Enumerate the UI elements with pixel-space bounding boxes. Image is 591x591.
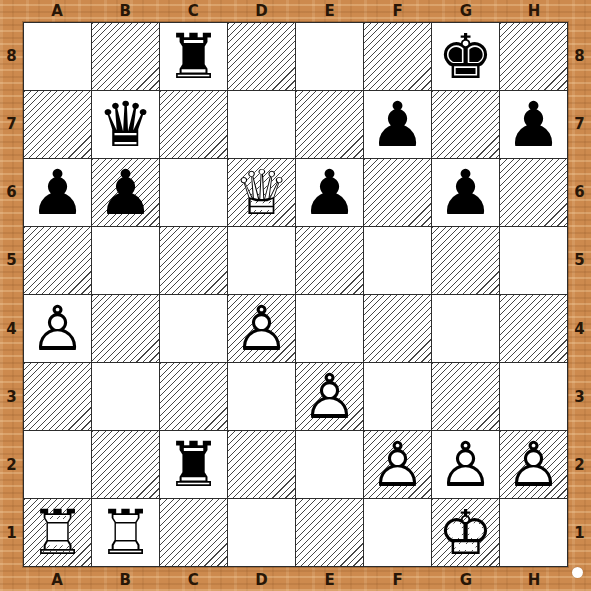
rank-label: 2 [568,431,591,499]
rank-label: 1 [568,499,591,567]
square-f8[interactable] [364,23,431,90]
square-c6[interactable] [160,159,227,226]
square-g8[interactable]: ♚ [432,23,499,90]
square-d1[interactable] [228,499,295,566]
square-d4[interactable]: ♟♙ [228,295,295,362]
square-g3[interactable] [432,363,499,430]
piece-black-rook: ♜ [160,431,227,498]
piece-outline-layer: ♙ [500,431,567,498]
piece-white-pawn: ♟♙ [364,431,431,498]
piece-outline-layer: ♙ [432,431,499,498]
square-d6[interactable]: ♛♕ [228,159,295,226]
square-e8[interactable] [296,23,363,90]
piece-black-pawn: ♟ [364,91,431,158]
piece-solid-layer: ♜ [160,431,227,498]
piece-solid-layer: ♛ [92,91,159,158]
square-g5[interactable] [432,227,499,294]
rank-label: 5 [0,226,23,294]
square-d3[interactable] [228,363,295,430]
square-f1[interactable] [364,499,431,566]
file-label: H [500,568,568,591]
piece-black-pawn: ♟ [92,159,159,226]
square-b2[interactable] [92,431,159,498]
square-d8[interactable] [228,23,295,90]
file-label: D [227,0,295,22]
square-e6[interactable]: ♟ [296,159,363,226]
chess-diagram: ABCDEFGH ABCDEFGH 87654321 87654321 ♜♚♛♟… [0,0,591,591]
file-label: E [296,0,364,22]
file-label: D [227,568,295,591]
square-f4[interactable] [364,295,431,362]
piece-black-pawn: ♟ [500,91,567,158]
square-a2[interactable] [24,431,91,498]
rank-label: 4 [568,295,591,363]
square-d5[interactable] [228,227,295,294]
piece-solid-layer: ♜ [160,23,227,90]
rank-label: 8 [0,22,23,90]
file-label: A [23,0,91,22]
piece-solid-layer: ♟ [364,91,431,158]
piece-solid-layer: ♚ [432,23,499,90]
square-c4[interactable] [160,295,227,362]
side-to-move-indicator [572,567,583,578]
square-e3[interactable]: ♟♙ [296,363,363,430]
square-f6[interactable] [364,159,431,226]
square-f5[interactable] [364,227,431,294]
square-b8[interactable] [92,23,159,90]
piece-outline-layer: ♙ [364,431,431,498]
rank-label: 6 [568,158,591,226]
file-label: E [296,568,364,591]
square-h3[interactable] [500,363,567,430]
square-e4[interactable] [296,295,363,362]
rank-label: 7 [0,90,23,158]
square-h6[interactable] [500,159,567,226]
rank-label: 8 [568,22,591,90]
piece-solid-layer: ♟ [92,159,159,226]
piece-fill-layer: ♜ [24,499,91,566]
square-h2[interactable]: ♟♙ [500,431,567,498]
file-labels-top: ABCDEFGH [23,0,568,22]
file-label: G [432,568,500,591]
file-label: G [432,0,500,22]
file-labels-bottom: ABCDEFGH [23,568,568,591]
square-c2[interactable]: ♜ [160,431,227,498]
rank-labels-right: 87654321 [568,22,591,567]
square-a6[interactable]: ♟ [24,159,91,226]
rank-label: 6 [0,158,23,226]
piece-solid-layer: ♟ [500,91,567,158]
rank-label: 3 [568,363,591,431]
file-label: C [159,568,227,591]
square-c5[interactable] [160,227,227,294]
piece-white-pawn: ♟♙ [24,295,91,362]
file-label: H [500,0,568,22]
piece-black-pawn: ♟ [296,159,363,226]
file-label: F [364,0,432,22]
rank-label: 4 [0,295,23,363]
piece-fill-layer: ♜ [92,499,159,566]
square-a8[interactable] [24,23,91,90]
square-b6[interactable]: ♟ [92,159,159,226]
piece-solid-layer: ♟ [296,159,363,226]
file-label: A [23,568,91,591]
piece-white-king: ♚♔ [432,499,499,566]
file-label: C [159,0,227,22]
piece-outline-layer: ♔ [432,499,499,566]
square-b7[interactable]: ♛ [92,91,159,158]
piece-fill-layer: ♟ [24,295,91,362]
square-b5[interactable] [92,227,159,294]
piece-white-queen: ♛♕ [228,159,295,226]
piece-white-rook: ♜♖ [92,499,159,566]
square-b3[interactable] [92,363,159,430]
square-f2[interactable]: ♟♙ [364,431,431,498]
rank-label: 2 [0,431,23,499]
piece-outline-layer: ♙ [228,295,295,362]
piece-black-pawn: ♟ [24,159,91,226]
square-h4[interactable] [500,295,567,362]
square-a1[interactable]: ♜♖ [24,499,91,566]
piece-fill-layer: ♟ [228,295,295,362]
file-label: B [91,568,159,591]
file-label: F [364,568,432,591]
square-c8[interactable]: ♜ [160,23,227,90]
square-g2[interactable]: ♟♙ [432,431,499,498]
piece-outline-layer: ♖ [92,499,159,566]
file-label: B [91,0,159,22]
piece-white-rook: ♜♖ [24,499,91,566]
square-g1[interactable]: ♚♔ [432,499,499,566]
piece-black-king: ♚ [432,23,499,90]
piece-fill-layer: ♟ [296,363,363,430]
square-e1[interactable] [296,499,363,566]
square-e7[interactable] [296,91,363,158]
square-h8[interactable] [500,23,567,90]
piece-outline-layer: ♕ [228,159,295,226]
rank-label: 7 [568,90,591,158]
square-e5[interactable] [296,227,363,294]
piece-fill-layer: ♟ [432,431,499,498]
square-c1[interactable] [160,499,227,566]
piece-white-pawn: ♟♙ [500,431,567,498]
piece-outline-layer: ♖ [24,499,91,566]
square-e2[interactable] [296,431,363,498]
piece-white-pawn: ♟♙ [296,363,363,430]
piece-solid-layer: ♟ [432,159,499,226]
square-h5[interactable] [500,227,567,294]
piece-black-pawn: ♟ [432,159,499,226]
chess-board: ♜♚♛♟♟♟♟♛♕♟♟♟♙♟♙♟♙♜♟♙♟♙♟♙♜♖♜♖♚♔ [23,22,568,567]
square-c3[interactable] [160,363,227,430]
square-d2[interactable] [228,431,295,498]
square-g4[interactable] [432,295,499,362]
square-a3[interactable] [24,363,91,430]
piece-fill-layer: ♚ [432,499,499,566]
square-a5[interactable] [24,227,91,294]
piece-fill-layer: ♛ [228,159,295,226]
piece-white-pawn: ♟♙ [228,295,295,362]
square-b1[interactable]: ♜♖ [92,499,159,566]
square-a7[interactable] [24,91,91,158]
piece-outline-layer: ♙ [296,363,363,430]
rank-label: 3 [0,363,23,431]
rank-label: 1 [0,499,23,567]
piece-outline-layer: ♙ [24,295,91,362]
square-h7[interactable]: ♟ [500,91,567,158]
square-g7[interactable] [432,91,499,158]
square-d7[interactable] [228,91,295,158]
piece-fill-layer: ♟ [500,431,567,498]
square-a4[interactable]: ♟♙ [24,295,91,362]
rank-labels-left: 87654321 [0,22,23,567]
square-f7[interactable]: ♟ [364,91,431,158]
square-b4[interactable] [92,295,159,362]
piece-black-rook: ♜ [160,23,227,90]
square-g6[interactable]: ♟ [432,159,499,226]
rank-label: 5 [568,226,591,294]
piece-fill-layer: ♟ [364,431,431,498]
square-h1[interactable] [500,499,567,566]
piece-white-pawn: ♟♙ [432,431,499,498]
square-c7[interactable] [160,91,227,158]
piece-black-queen: ♛ [92,91,159,158]
piece-solid-layer: ♟ [24,159,91,226]
square-f3[interactable] [364,363,431,430]
